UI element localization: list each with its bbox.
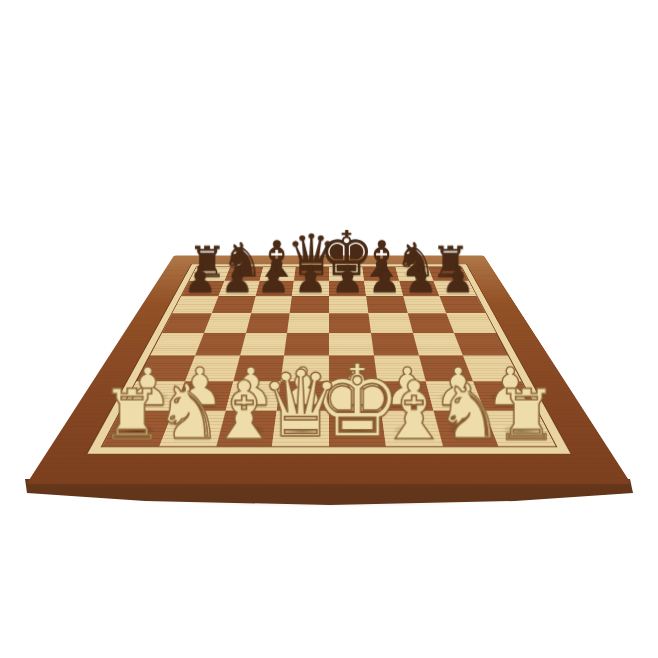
- square-f7[interactable]: ♟: [364, 281, 403, 296]
- chess-board: ♜♞♝♛♚♝♞♜♟♟♟♟♟♟♟♟♟♟♟♟♟♟♟♟♜♞♝♛♚♝♞♜: [26, 256, 631, 485]
- square-c5[interactable]: [246, 313, 290, 333]
- square-e5[interactable]: [329, 313, 371, 333]
- square-d6[interactable]: [290, 296, 329, 313]
- square-b6[interactable]: [211, 296, 255, 313]
- piece-black-pawn[interactable]: ♟: [441, 261, 474, 298]
- piece-white-knight[interactable]: ♞: [154, 374, 222, 450]
- square-b1[interactable]: ♞: [159, 411, 225, 446]
- square-d7[interactable]: ♟: [292, 281, 329, 296]
- square-c6[interactable]: [251, 296, 292, 313]
- square-f1[interactable]: ♝: [381, 411, 442, 446]
- piece-black-pawn[interactable]: ♟: [331, 261, 364, 298]
- piece-black-pawn[interactable]: ♟: [220, 261, 253, 298]
- square-b4[interactable]: [195, 333, 246, 355]
- square-a1[interactable]: ♜: [102, 411, 173, 446]
- square-d1[interactable]: ♛: [272, 411, 329, 446]
- piece-black-pawn[interactable]: ♟: [404, 261, 437, 298]
- square-b5[interactable]: [204, 313, 251, 333]
- square-g7[interactable]: ♟: [399, 281, 440, 296]
- piece-black-pawn[interactable]: ♟: [257, 261, 290, 298]
- piece-white-knight[interactable]: ♞: [436, 374, 504, 450]
- square-g4[interactable]: [413, 333, 464, 355]
- square-e7[interactable]: ♟: [329, 281, 366, 296]
- square-e6[interactable]: [329, 296, 368, 313]
- piece-white-rook[interactable]: ♜: [100, 380, 163, 450]
- square-g1[interactable]: ♞: [433, 411, 499, 446]
- square-c7[interactable]: ♟: [255, 281, 294, 296]
- board-perspective-wrap: ♜♞♝♛♚♝♞♜♟♟♟♟♟♟♟♟♟♟♟♟♟♟♟♟♜♞♝♛♚♝♞♜: [124, 128, 534, 538]
- piece-black-pawn[interactable]: ♟: [368, 261, 401, 298]
- square-d5[interactable]: [287, 313, 329, 333]
- square-b7[interactable]: ♟: [218, 281, 259, 296]
- square-f5[interactable]: [368, 313, 412, 333]
- chess-set-photo: ♜♞♝♛♚♝♞♜♟♟♟♟♟♟♟♟♟♟♟♟♟♟♟♟♜♞♝♛♚♝♞♜: [0, 0, 658, 658]
- piece-white-rook[interactable]: ♜: [495, 380, 558, 450]
- square-h7[interactable]: ♟: [434, 281, 477, 296]
- square-c1[interactable]: ♝: [216, 411, 277, 446]
- square-h1[interactable]: ♜: [485, 411, 556, 446]
- piece-black-pawn[interactable]: ♟: [183, 261, 216, 298]
- square-f6[interactable]: [366, 296, 407, 313]
- piece-black-pawn[interactable]: ♟: [294, 261, 327, 298]
